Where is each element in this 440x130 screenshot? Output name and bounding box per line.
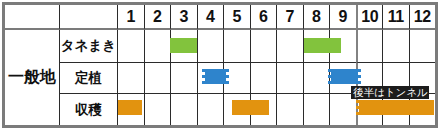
grid-cell-sowing-month-5 — [223, 30, 250, 62]
month-header-6: 6 — [250, 5, 277, 30]
grid-cell-harvest-month-6 — [250, 93, 277, 125]
grid-cell-sowing-month-12 — [409, 30, 436, 62]
grid-cell-planting-month-3 — [170, 62, 197, 94]
grid-cell-planting-month-5 — [223, 62, 250, 94]
month-header-3: 3 — [170, 5, 197, 30]
month-header-8: 8 — [303, 5, 330, 30]
calendar-table: 一般地 123456789101112タネまき定植収穫後半はトンネル — [2, 2, 438, 128]
grid-cell-sowing-month-6 — [250, 30, 277, 62]
month-header-11: 11 — [382, 5, 409, 30]
grid-cell-sowing-month-3 — [170, 30, 197, 62]
grid-cell-planting-month-8 — [303, 62, 330, 94]
month-header-12: 12 — [409, 5, 436, 30]
grid-cell-harvest-month-5 — [223, 93, 250, 125]
region-label: 一般地 — [5, 30, 59, 125]
grid-cell-sowing-month-9 — [329, 30, 356, 62]
header-corner-activity — [59, 5, 117, 30]
grid-cell-harvest-month-3 — [170, 93, 197, 125]
grid-cell-planting-month-12 — [409, 62, 436, 94]
grid-cell-planting-month-6 — [250, 62, 277, 94]
grid-cell-planting-month-4 — [197, 62, 224, 94]
grid-cell-planting-month-10 — [356, 62, 383, 94]
grid-cell-harvest-month-1 — [117, 93, 144, 125]
header-corner-region — [5, 5, 59, 30]
month-header-9: 9 — [329, 5, 356, 30]
month-header-5: 5 — [223, 5, 250, 30]
grid-cell-harvest-month-8 — [303, 93, 330, 125]
grid-cell-harvest-month-9 — [329, 93, 356, 125]
grid-cell-sowing-month-11 — [382, 30, 409, 62]
month-header-2: 2 — [144, 5, 171, 30]
grid-cell-planting-month-9 — [329, 62, 356, 94]
month-header-1: 1 — [117, 5, 144, 30]
planting-calendar: 一般地 123456789101112タネまき定植収穫後半はトンネル — [0, 0, 440, 130]
grid-cell-sowing-month-4 — [197, 30, 224, 62]
grid-cell-planting-month-11 — [382, 62, 409, 94]
grid-cell-harvest-month-12 — [409, 93, 436, 125]
row-label-harvest: 収穫 — [59, 93, 117, 125]
grid-cell-harvest-month-11 — [382, 93, 409, 125]
row-label-planting: 定植 — [59, 62, 117, 94]
grid-cell-sowing-month-2 — [144, 30, 171, 62]
row-label-sowing: タネまき — [59, 30, 117, 62]
grid-cell-harvest-month-4 — [197, 93, 224, 125]
grid-cell-harvest-month-7 — [276, 93, 303, 125]
grid-cell-sowing-month-7 — [276, 30, 303, 62]
grid-cell-sowing-month-1 — [117, 30, 144, 62]
month-header-4: 4 — [197, 5, 224, 30]
grid-cell-sowing-month-8 — [303, 30, 330, 62]
grid-cell-harvest-month-2 — [144, 93, 171, 125]
grid-cell-harvest-month-10 — [356, 93, 383, 125]
grid-cell-planting-month-2 — [144, 62, 171, 94]
grid-cell-sowing-month-10 — [356, 30, 383, 62]
grid-cell-planting-month-1 — [117, 62, 144, 94]
month-header-10: 10 — [356, 5, 383, 30]
grid-cell-planting-month-7 — [276, 62, 303, 94]
month-header-7: 7 — [276, 5, 303, 30]
